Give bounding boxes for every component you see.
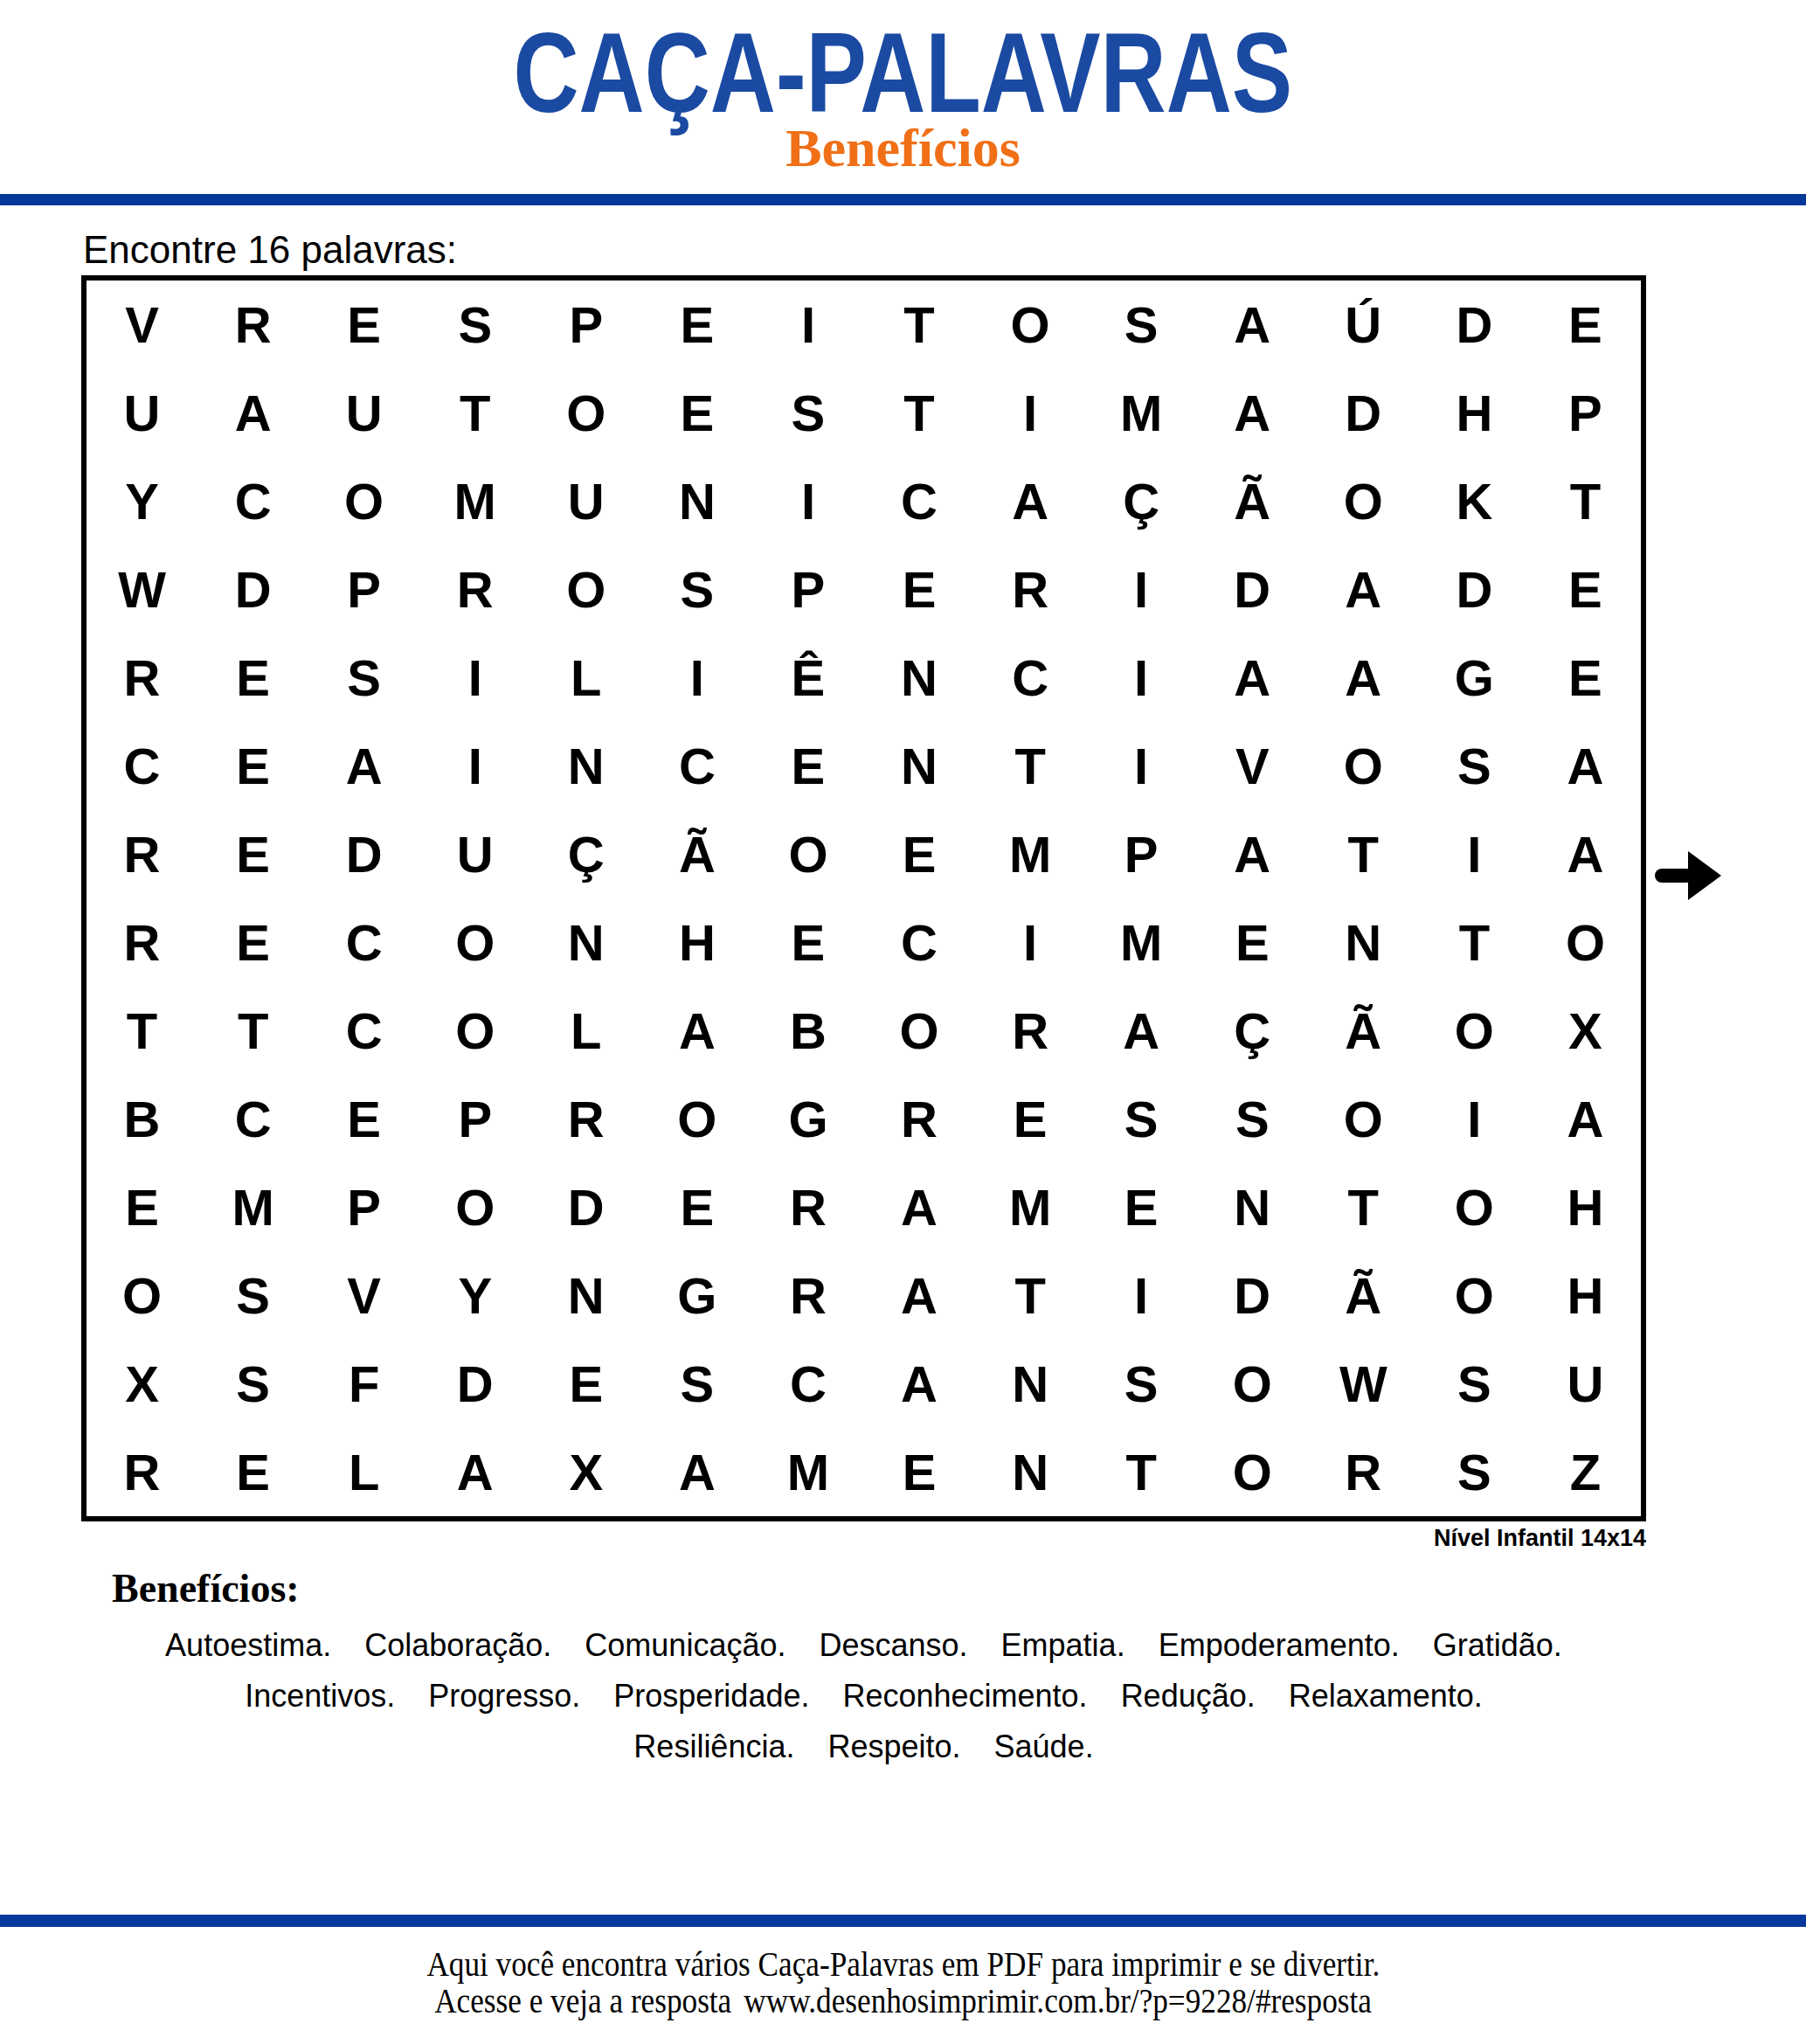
grid-cell[interactable]: X <box>1530 987 1641 1075</box>
grid-cell[interactable]: K <box>1419 457 1530 545</box>
grid-cell[interactable]: O <box>419 898 530 987</box>
grid-cell[interactable]: A <box>1308 545 1419 634</box>
grid-cell[interactable]: N <box>530 898 641 987</box>
page-subtitle: Benefícios <box>0 121 1806 175</box>
grid-cell[interactable]: D <box>308 810 419 898</box>
grid-cell[interactable]: A <box>1197 369 1308 457</box>
grid-cell[interactable]: C <box>308 898 419 987</box>
grid-cell[interactable]: S <box>1419 1428 1530 1516</box>
grid-cell[interactable]: W <box>1308 1340 1419 1428</box>
grid-cell[interactable]: O <box>86 1251 197 1340</box>
benefit-word: Redução. <box>1121 1678 1256 1714</box>
grid-cell[interactable]: Ã <box>641 810 752 898</box>
bottom-divider <box>0 1915 1806 1927</box>
grid-cell[interactable]: H <box>641 898 752 987</box>
grid-cell[interactable]: X <box>86 1340 197 1428</box>
grid-cell[interactable]: R <box>86 634 197 722</box>
grid-cell[interactable]: G <box>752 1075 863 1163</box>
grid-cell[interactable]: F <box>308 1340 419 1428</box>
grid-cell[interactable]: H <box>1530 1251 1641 1340</box>
grid-cell[interactable]: N <box>1197 1163 1308 1251</box>
grid-cell[interactable]: R <box>975 987 1086 1075</box>
grid-cell[interactable]: P <box>308 1163 419 1251</box>
grid-cell[interactable]: T <box>975 1251 1086 1340</box>
benefit-word: Relaxamento. <box>1289 1678 1483 1714</box>
grid-cell[interactable]: E <box>641 1163 752 1251</box>
grid-cell[interactable]: Ç <box>1197 987 1308 1075</box>
grid-cell[interactable]: D <box>530 1163 641 1251</box>
grid-cell[interactable]: T <box>197 987 308 1075</box>
grid-cell[interactable]: S <box>752 369 863 457</box>
arrow-head <box>1688 851 1721 900</box>
grid-cell[interactable]: S <box>641 545 752 634</box>
grid-cell[interactable]: O <box>641 1075 752 1163</box>
benefit-word: Descanso. <box>819 1627 967 1663</box>
grid-cell[interactable]: N <box>975 1340 1086 1428</box>
grid-cell[interactable]: A <box>1530 1075 1641 1163</box>
grid-cell[interactable]: C <box>863 898 974 987</box>
grid-cell[interactable]: C <box>975 634 1086 722</box>
grid-cell[interactable]: A <box>419 1428 530 1516</box>
grid-cell[interactable]: Ã <box>1308 987 1419 1075</box>
grid-cell[interactable]: O <box>530 545 641 634</box>
grid-cell[interactable]: W <box>86 545 197 634</box>
benefits-line: Autoestima.Colaboração.Comunicação.Desca… <box>81 1627 1646 1663</box>
benefit-word: Gratidão. <box>1433 1627 1562 1663</box>
grid-cell[interactable]: A <box>1197 634 1308 722</box>
grid-cell[interactable]: D <box>419 1340 530 1428</box>
grid-cell[interactable]: T <box>1530 457 1641 545</box>
grid-cell[interactable]: O <box>1419 987 1530 1075</box>
grid-cell[interactable]: S <box>1419 722 1530 810</box>
grid-cell[interactable]: V <box>308 1251 419 1340</box>
grid-cell[interactable]: C <box>197 457 308 545</box>
grid-cell[interactable]: R <box>752 1251 863 1340</box>
grid-cell[interactable]: G <box>641 1251 752 1340</box>
grid-cell[interactable]: A <box>1197 281 1308 369</box>
grid-cell[interactable]: Ã <box>1197 457 1308 545</box>
grid-cell[interactable]: T <box>419 369 530 457</box>
grid-cell[interactable]: I <box>1419 810 1530 898</box>
grid-cell[interactable]: C <box>863 457 974 545</box>
grid-cell[interactable]: C <box>308 987 419 1075</box>
grid-cell[interactable]: E <box>863 545 974 634</box>
grid-cell[interactable]: D <box>1308 369 1419 457</box>
grid-cell[interactable]: O <box>1308 722 1419 810</box>
grid-cell[interactable]: C <box>197 1075 308 1163</box>
grid-cell[interactable]: E <box>641 369 752 457</box>
benefit-word: Colaboração. <box>364 1627 551 1663</box>
grid-cell[interactable]: O <box>308 457 419 545</box>
grid-cell[interactable]: E <box>1086 1163 1197 1251</box>
page-title: CAÇA-PALAVRAS <box>0 16 1806 129</box>
grid-cell[interactable]: L <box>530 634 641 722</box>
grid-cell[interactable]: E <box>1530 281 1641 369</box>
top-divider <box>0 194 1806 205</box>
grid-cell[interactable]: B <box>752 987 863 1075</box>
grid-cell[interactable]: N <box>641 457 752 545</box>
grid-cell[interactable]: U <box>86 369 197 457</box>
grid-cell[interactable]: S <box>308 634 419 722</box>
grid-cell[interactable]: R <box>752 1163 863 1251</box>
grid-cell[interactable]: O <box>1419 1251 1530 1340</box>
grid-cell[interactable]: U <box>308 369 419 457</box>
grid-cell[interactable]: E <box>197 1428 308 1516</box>
grid-cell[interactable]: I <box>641 634 752 722</box>
grid-cell[interactable]: R <box>86 898 197 987</box>
grid-cell[interactable]: A <box>197 369 308 457</box>
grid-cell[interactable]: N <box>1308 898 1419 987</box>
grid-cell[interactable]: A <box>863 1251 974 1340</box>
grid-cell[interactable]: Ç <box>530 810 641 898</box>
footer-line-2: Acesse e veja a respostawww.desenhosimpr… <box>0 1982 1806 2020</box>
grid-cell[interactable]: S <box>1197 1075 1308 1163</box>
benefit-word: Incentivos. <box>245 1678 395 1714</box>
grid-cell[interactable]: A <box>1197 810 1308 898</box>
grid-cell[interactable]: M <box>975 1163 1086 1251</box>
grid-cell[interactable]: A <box>863 1340 974 1428</box>
grid-cell[interactable]: T <box>1308 1163 1419 1251</box>
grid-cell[interactable]: C <box>641 722 752 810</box>
grid-cell[interactable]: O <box>419 1163 530 1251</box>
grid-cell[interactable]: D <box>1197 545 1308 634</box>
grid-cell[interactable]: T <box>1419 898 1530 987</box>
benefit-word: Resiliência. <box>633 1729 794 1764</box>
grid-cell[interactable]: I <box>975 898 1086 987</box>
grid-cell[interactable]: I <box>1086 722 1197 810</box>
grid-cell[interactable]: S <box>1086 281 1197 369</box>
grid-cell[interactable]: I <box>1086 634 1197 722</box>
grid-cell[interactable]: I <box>1086 545 1197 634</box>
grid-cell[interactable]: P <box>530 281 641 369</box>
grid-cell[interactable]: S <box>641 1340 752 1428</box>
grid-cell[interactable]: E <box>197 634 308 722</box>
benefits-line: Resiliência.Respeito.Saúde. <box>81 1729 1646 1764</box>
grid-cell[interactable]: I <box>975 369 1086 457</box>
grid-cell[interactable]: M <box>752 1428 863 1516</box>
grid-cell[interactable]: I <box>419 634 530 722</box>
grid-cell[interactable]: S <box>197 1251 308 1340</box>
grid-cell[interactable]: M <box>1086 898 1197 987</box>
grid-cell[interactable]: I <box>419 722 530 810</box>
grid-cell[interactable]: D <box>1419 281 1530 369</box>
grid-cell[interactable]: A <box>863 1163 974 1251</box>
grid-cell[interactable]: M <box>975 810 1086 898</box>
grid-cell[interactable]: O <box>1308 1075 1419 1163</box>
grid-cell[interactable]: O <box>1308 457 1419 545</box>
grid-cell[interactable]: T <box>975 722 1086 810</box>
grid-cell[interactable]: P <box>752 545 863 634</box>
grid-cell[interactable]: N <box>975 1428 1086 1516</box>
grid-cell[interactable]: T <box>1308 810 1419 898</box>
grid-cell[interactable]: A <box>641 1428 752 1516</box>
grid-cell[interactable]: P <box>308 545 419 634</box>
grid-cell[interactable]: X <box>530 1428 641 1516</box>
grid-cell[interactable]: T <box>863 369 974 457</box>
grid-cell[interactable]: R <box>1308 1428 1419 1516</box>
grid-cell[interactable]: P <box>1086 810 1197 898</box>
grid-cell[interactable]: T <box>86 987 197 1075</box>
grid-cell[interactable]: O <box>1197 1340 1308 1428</box>
grid-cell[interactable]: E <box>530 1340 641 1428</box>
benefit-word: Empatia. <box>1001 1627 1125 1663</box>
grid-cell[interactable]: G <box>1419 634 1530 722</box>
grid-cell[interactable]: E <box>86 1163 197 1251</box>
grid-cell[interactable]: R <box>86 810 197 898</box>
footer-line-1: Aqui você encontra vários Caça-Palavras … <box>0 1945 1806 1984</box>
grid-cell[interactable]: S <box>419 281 530 369</box>
grid-cell[interactable]: R <box>863 1075 974 1163</box>
benefit-word: Saúde. <box>994 1729 1094 1764</box>
grid-cell[interactable]: V <box>86 281 197 369</box>
grid-cell[interactable]: N <box>863 634 974 722</box>
grid-cell[interactable]: H <box>1530 1163 1641 1251</box>
grid-cell[interactable]: Ê <box>752 634 863 722</box>
grid-cell[interactable]: P <box>1530 369 1641 457</box>
instruction-label: Encontre 16 palavras: <box>83 231 457 269</box>
grid-cell[interactable]: I <box>1086 1251 1197 1340</box>
grid-cell[interactable]: D <box>1419 545 1530 634</box>
grid-cell[interactable]: O <box>975 281 1086 369</box>
page-title-text: CAÇA-PALAVRAS <box>514 16 1293 129</box>
grid-cell[interactable]: M <box>419 457 530 545</box>
benefit-word: Reconhecimento. <box>842 1678 1087 1714</box>
grid-cell[interactable]: O <box>1419 1163 1530 1251</box>
arrow-right-icon <box>1655 851 1723 900</box>
grid-cell[interactable]: Ç <box>1086 457 1197 545</box>
grid-cell[interactable]: E <box>975 1075 1086 1163</box>
grid-cell[interactable]: E <box>197 810 308 898</box>
grid-cell[interactable]: E <box>1530 545 1641 634</box>
grid-cell[interactable]: R <box>197 281 308 369</box>
grid-cell[interactable]: R <box>975 545 1086 634</box>
grid-cell[interactable]: E <box>308 281 419 369</box>
grid-cell[interactable]: U <box>530 457 641 545</box>
grid-cell[interactable]: E <box>197 722 308 810</box>
grid-cell[interactable]: A <box>308 722 419 810</box>
grid-cell[interactable]: E <box>641 281 752 369</box>
word-search-page: CAÇA-PALAVRAS Benefícios Encontre 16 pal… <box>0 0 1806 2044</box>
benefit-word: Prosperidade. <box>613 1678 809 1714</box>
grid-cell[interactable]: A <box>1086 987 1197 1075</box>
grid-cell[interactable]: T <box>863 281 974 369</box>
grid-cell[interactable]: N <box>863 722 974 810</box>
benefits-line: Incentivos.Progresso.Prosperidade.Reconh… <box>81 1678 1646 1714</box>
grid-cell[interactable]: R <box>530 1075 641 1163</box>
level-label: Nível Infantil 14x14 <box>81 1527 1646 1550</box>
grid-cell[interactable]: C <box>752 1340 863 1428</box>
grid-cell[interactable]: O <box>1197 1428 1308 1516</box>
grid-cell[interactable]: A <box>975 457 1086 545</box>
grid-cell[interactable]: I <box>752 281 863 369</box>
grid-cell[interactable]: D <box>1197 1251 1308 1340</box>
grid-cell[interactable]: U <box>1530 1340 1641 1428</box>
footer-url[interactable]: www.desenhosimprimir.com.br/?p=9228/#res… <box>744 1981 1372 2020</box>
benefit-word: Autoestima. <box>165 1627 331 1663</box>
grid-cell[interactable]: O <box>863 987 974 1075</box>
benefit-word: Progresso. <box>428 1678 580 1714</box>
grid-cell[interactable]: E <box>863 1428 974 1516</box>
grid-cell[interactable]: Ú <box>1308 281 1419 369</box>
grid-cell[interactable]: S <box>1086 1340 1197 1428</box>
benefit-word: Comunicação. <box>585 1627 785 1663</box>
grid-cell[interactable]: O <box>530 369 641 457</box>
footer-text-1: Aqui você encontra vários Caça-Palavras … <box>426 1945 1380 1984</box>
grid-cell[interactable]: Z <box>1530 1428 1641 1516</box>
grid-cell[interactable]: E <box>752 898 863 987</box>
grid-cell[interactable]: A <box>1308 634 1419 722</box>
grid-cell[interactable]: B <box>86 1075 197 1163</box>
grid-cell[interactable]: T <box>1086 1428 1197 1516</box>
footer-text-2: Acesse e veja a resposta <box>434 1981 731 2020</box>
grid-cell[interactable]: L <box>530 987 641 1075</box>
grid-cell[interactable]: L <box>308 1428 419 1516</box>
grid-cell[interactable]: A <box>1530 810 1641 898</box>
grid-cell[interactable]: O <box>1530 898 1641 987</box>
grid-cell[interactable]: Ã <box>1308 1251 1419 1340</box>
grid-cell[interactable]: E <box>752 722 863 810</box>
grid-cell[interactable]: R <box>419 545 530 634</box>
grid-cell[interactable]: E <box>197 898 308 987</box>
grid-cell[interactable]: O <box>419 987 530 1075</box>
grid-cell[interactable]: C <box>86 722 197 810</box>
grid-cell[interactable]: E <box>308 1075 419 1163</box>
grid-cell[interactable]: N <box>530 1251 641 1340</box>
grid-cell[interactable]: S <box>1419 1340 1530 1428</box>
grid-cell[interactable]: Y <box>419 1251 530 1340</box>
grid-cell[interactable]: E <box>1197 898 1308 987</box>
grid-cell[interactable]: N <box>530 722 641 810</box>
grid-cell[interactable]: E <box>1530 634 1641 722</box>
grid-cell[interactable]: A <box>1530 722 1641 810</box>
benefit-word: Respeito. <box>827 1729 960 1764</box>
grid-cell[interactable]: E <box>863 810 974 898</box>
grid-cell[interactable]: H <box>1419 369 1530 457</box>
grid-cell[interactable]: I <box>752 457 863 545</box>
grid-cell[interactable]: O <box>752 810 863 898</box>
grid-cell[interactable]: V <box>1197 722 1308 810</box>
grid-cell[interactable]: D <box>197 545 308 634</box>
benefits-heading: Benefícios: <box>112 1569 300 1609</box>
benefit-word: Empoderamento. <box>1159 1627 1400 1663</box>
grid-cell[interactable]: S <box>1086 1075 1197 1163</box>
grid-cell[interactable]: I <box>1419 1075 1530 1163</box>
grid-cell[interactable]: R <box>86 1428 197 1516</box>
grid-cell[interactable]: P <box>419 1075 530 1163</box>
grid-cell[interactable]: U <box>419 810 530 898</box>
grid-cell[interactable]: M <box>197 1163 308 1251</box>
grid-cell[interactable]: A <box>641 987 752 1075</box>
grid-cell[interactable]: S <box>197 1340 308 1428</box>
word-grid: VRESPEITOSAÚDEUAUTOESTIMADHPYCOMUNICAÇÃO… <box>81 275 1646 1521</box>
grid-cell[interactable]: Y <box>86 457 197 545</box>
grid-cell[interactable]: M <box>1086 369 1197 457</box>
